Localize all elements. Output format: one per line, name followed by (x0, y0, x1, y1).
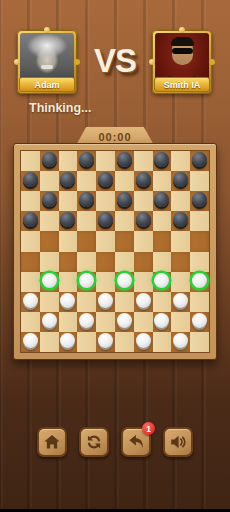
player-card-smith: Smith IA (152, 30, 212, 94)
board-square-r6c5[interactable] (96, 252, 115, 272)
board-square-r4c1[interactable] (21, 211, 40, 231)
black-piece[interactable] (136, 172, 151, 187)
black-piece[interactable] (136, 212, 151, 227)
black-piece[interactable] (173, 172, 188, 187)
board-square-r8c8[interactable] (153, 292, 172, 312)
board-square-r6c9[interactable] (171, 252, 190, 272)
white-piece[interactable] (136, 333, 151, 348)
black-piece[interactable] (117, 192, 132, 207)
black-piece[interactable] (79, 152, 94, 167)
adam-mustache-shape (41, 65, 53, 69)
black-piece[interactable] (192, 192, 207, 207)
white-piece-highlighted[interactable] (154, 273, 169, 288)
checkers-board (13, 143, 217, 360)
board-square-r10c9[interactable] (171, 332, 190, 352)
board-square-r7c4[interactable] (77, 272, 96, 292)
board-square-r2c2[interactable] (40, 171, 59, 191)
board-square-r1c8[interactable] (153, 151, 172, 171)
board-square-r8c1[interactable] (21, 292, 40, 312)
white-piece[interactable] (42, 313, 57, 328)
board-square-r2c4[interactable] (77, 171, 96, 191)
white-piece[interactable] (154, 313, 169, 328)
home-button[interactable] (37, 427, 67, 457)
board-square-r10c3[interactable] (59, 332, 78, 352)
black-piece[interactable] (154, 152, 169, 167)
board-square-r9c5[interactable] (96, 312, 115, 332)
board-square-r4c8[interactable] (153, 211, 172, 231)
board-square-r5c9[interactable] (171, 231, 190, 251)
board-square-r8c3[interactable] (59, 292, 78, 312)
board-grid (20, 150, 210, 353)
restart-button[interactable] (79, 427, 109, 457)
white-piece[interactable] (60, 333, 75, 348)
black-piece[interactable] (23, 172, 38, 187)
white-piece-highlighted[interactable] (192, 273, 207, 288)
board-square-r7c8[interactable] (153, 272, 172, 292)
board-square-r10c8[interactable] (153, 332, 172, 352)
black-piece[interactable] (60, 172, 75, 187)
game-screen: Adam VS Smith IA Thinking... 00:00 (0, 0, 230, 512)
board-square-r1c9[interactable] (171, 151, 190, 171)
board-square-r7c6[interactable] (115, 272, 134, 292)
board-square-r9c1[interactable] (21, 312, 40, 332)
board-square-r3c8[interactable] (153, 191, 172, 211)
black-piece[interactable] (60, 212, 75, 227)
board-square-r2c1[interactable] (21, 171, 40, 191)
board-square-r6c10[interactable] (190, 252, 209, 272)
player-card-adam: Adam (17, 30, 77, 94)
white-piece-highlighted[interactable] (79, 273, 94, 288)
timer-value: 00:00 (98, 131, 131, 143)
board-square-r3c9[interactable] (171, 191, 190, 211)
board-square-r5c8[interactable] (153, 231, 172, 251)
board-square-r9c4[interactable] (77, 312, 96, 332)
board-square-r1c10[interactable] (190, 151, 209, 171)
board-square-r1c3[interactable] (59, 151, 78, 171)
board-square-r8c10[interactable] (190, 292, 209, 312)
board-square-r2c10[interactable] (190, 171, 209, 191)
white-piece[interactable] (98, 333, 113, 348)
board-square-r9c9[interactable] (171, 312, 190, 332)
white-piece[interactable] (173, 333, 188, 348)
board-square-r5c2[interactable] (40, 231, 59, 251)
white-piece[interactable] (60, 293, 75, 308)
board-square-r7c7[interactable] (134, 272, 153, 292)
board-square-r8c2[interactable] (40, 292, 59, 312)
white-piece[interactable] (23, 333, 38, 348)
board-square-r7c5[interactable] (96, 272, 115, 292)
player-name-ribbon: Adam (19, 77, 75, 92)
board-square-r4c6[interactable] (115, 211, 134, 231)
black-piece[interactable] (98, 172, 113, 187)
status-text: Thinking... (29, 101, 92, 115)
board-square-r10c10[interactable] (190, 332, 209, 352)
board-square-r4c9[interactable] (171, 211, 190, 231)
board-square-r5c3[interactable] (59, 231, 78, 251)
board-square-r3c2[interactable] (40, 191, 59, 211)
board-square-r6c3[interactable] (59, 252, 78, 272)
black-piece[interactable] (79, 192, 94, 207)
smith-sunglasses-shape (172, 48, 193, 54)
restart-icon (85, 433, 103, 451)
board-square-r4c3[interactable] (59, 211, 78, 231)
board-square-r3c10[interactable] (190, 191, 209, 211)
board-square-r3c7[interactable] (134, 191, 153, 211)
board-square-r10c5[interactable] (96, 332, 115, 352)
board-square-r8c4[interactable] (77, 292, 96, 312)
board-square-r10c4[interactable] (77, 332, 96, 352)
board-square-r6c1[interactable] (21, 252, 40, 272)
white-piece[interactable] (136, 293, 151, 308)
white-piece-highlighted[interactable] (42, 273, 57, 288)
board-square-r9c3[interactable] (59, 312, 78, 332)
black-piece[interactable] (192, 152, 207, 167)
board-square-r8c9[interactable] (171, 292, 190, 312)
board-square-r10c2[interactable] (40, 332, 59, 352)
board-square-r3c6[interactable] (115, 191, 134, 211)
board-square-r5c7[interactable] (134, 231, 153, 251)
white-piece[interactable] (23, 293, 38, 308)
board-square-r6c4[interactable] (77, 252, 96, 272)
player-name-ribbon: Smith IA (154, 77, 210, 92)
board-square-r10c7[interactable] (134, 332, 153, 352)
board-square-r7c2[interactable] (40, 272, 59, 292)
board-square-r8c6[interactable] (115, 292, 134, 312)
board-square-r6c8[interactable] (153, 252, 172, 272)
board-square-r2c7[interactable] (134, 171, 153, 191)
board-square-r5c5[interactable] (96, 231, 115, 251)
board-square-r3c1[interactable] (21, 191, 40, 211)
board-square-r9c8[interactable] (153, 312, 172, 332)
player-name-left: Adam (34, 80, 59, 90)
board-square-r2c5[interactable] (96, 171, 115, 191)
board-square-r2c6[interactable] (115, 171, 134, 191)
undo-badge: 1 (142, 422, 155, 435)
board-square-r3c3[interactable] (59, 191, 78, 211)
board-square-r6c7[interactable] (134, 252, 153, 272)
board-square-r1c6[interactable] (115, 151, 134, 171)
board-square-r10c1[interactable] (21, 332, 40, 352)
home-icon (43, 433, 61, 451)
board-square-r9c7[interactable] (134, 312, 153, 332)
sound-button[interactable] (163, 427, 193, 457)
board-square-r8c5[interactable] (96, 292, 115, 312)
black-piece[interactable] (117, 152, 132, 167)
white-piece[interactable] (173, 293, 188, 308)
vs-label: VS (94, 42, 136, 80)
board-square-r4c2[interactable] (40, 211, 59, 231)
speaker-icon (169, 433, 187, 451)
black-piece[interactable] (42, 192, 57, 207)
board-square-r1c5[interactable] (96, 151, 115, 171)
board-square-r9c10[interactable] (190, 312, 209, 332)
board-square-r2c3[interactable] (59, 171, 78, 191)
board-square-r7c1[interactable] (21, 272, 40, 292)
board-square-r6c2[interactable] (40, 252, 59, 272)
white-piece-highlighted[interactable] (117, 273, 132, 288)
board-square-r9c2[interactable] (40, 312, 59, 332)
white-piece[interactable] (117, 313, 132, 328)
black-piece[interactable] (154, 192, 169, 207)
board-square-r5c6[interactable] (115, 231, 134, 251)
board-square-r7c10[interactable] (190, 272, 209, 292)
player-name-right: Smith IA (164, 80, 201, 90)
board-square-r2c8[interactable] (153, 171, 172, 191)
undo-icon (127, 433, 145, 451)
board-square-r3c5[interactable] (96, 191, 115, 211)
black-piece[interactable] (98, 212, 113, 227)
board-square-r4c5[interactable] (96, 211, 115, 231)
board-square-r3c4[interactable] (77, 191, 96, 211)
board-square-r4c10[interactable] (190, 211, 209, 231)
black-piece[interactable] (173, 212, 188, 227)
white-piece[interactable] (192, 313, 207, 328)
board-square-r5c4[interactable] (77, 231, 96, 251)
white-piece[interactable] (79, 313, 94, 328)
board-square-r5c10[interactable] (190, 231, 209, 251)
board-square-r2c9[interactable] (171, 171, 190, 191)
toolbar: 1 (0, 427, 230, 457)
board-square-r7c3[interactable] (59, 272, 78, 292)
board-square-r4c7[interactable] (134, 211, 153, 231)
board-square-r7c9[interactable] (171, 272, 190, 292)
board-square-r6c6[interactable] (115, 252, 134, 272)
board-square-r9c6[interactable] (115, 312, 134, 332)
board-square-r4c4[interactable] (77, 211, 96, 231)
smith-hair-shape (171, 37, 194, 46)
board-square-r10c6[interactable] (115, 332, 134, 352)
board-square-r1c4[interactable] (77, 151, 96, 171)
undo-button[interactable]: 1 (121, 427, 151, 457)
black-piece[interactable] (42, 152, 57, 167)
board-square-r1c1[interactable] (21, 151, 40, 171)
board-square-r8c7[interactable] (134, 292, 153, 312)
white-piece[interactable] (98, 293, 113, 308)
board-square-r1c7[interactable] (134, 151, 153, 171)
board-square-r1c2[interactable] (40, 151, 59, 171)
black-piece[interactable] (23, 212, 38, 227)
board-square-r5c1[interactable] (21, 231, 40, 251)
